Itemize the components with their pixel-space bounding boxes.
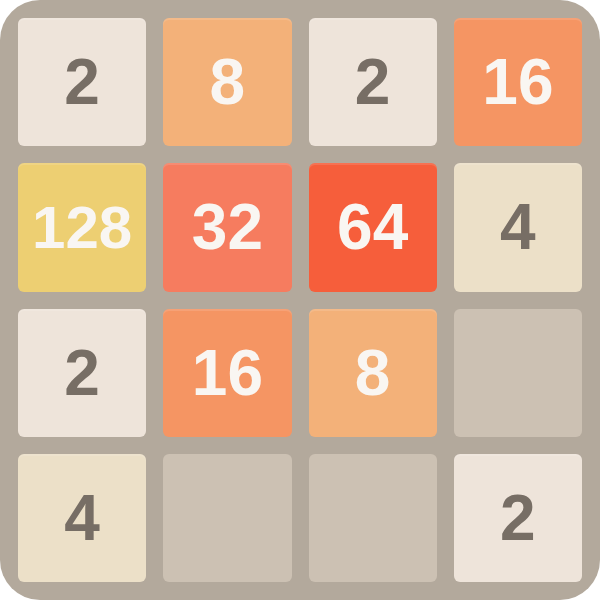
tile-128: 128 bbox=[18, 163, 146, 291]
empty-cell bbox=[454, 309, 582, 437]
empty-cell bbox=[163, 454, 291, 582]
tile-8: 8 bbox=[309, 309, 437, 437]
tile-4: 4 bbox=[454, 163, 582, 291]
empty-cell bbox=[309, 454, 437, 582]
game-board[interactable]: 2821612832644216842 bbox=[0, 0, 600, 600]
tile-2: 2 bbox=[309, 18, 437, 146]
tile-2: 2 bbox=[18, 18, 146, 146]
tile-2: 2 bbox=[18, 309, 146, 437]
tile-4: 4 bbox=[18, 454, 146, 582]
tile-16: 16 bbox=[163, 309, 291, 437]
tile-8: 8 bbox=[163, 18, 291, 146]
tile-32: 32 bbox=[163, 163, 291, 291]
tile-2: 2 bbox=[454, 454, 582, 582]
tile-64: 64 bbox=[309, 163, 437, 291]
tile-16: 16 bbox=[454, 18, 582, 146]
